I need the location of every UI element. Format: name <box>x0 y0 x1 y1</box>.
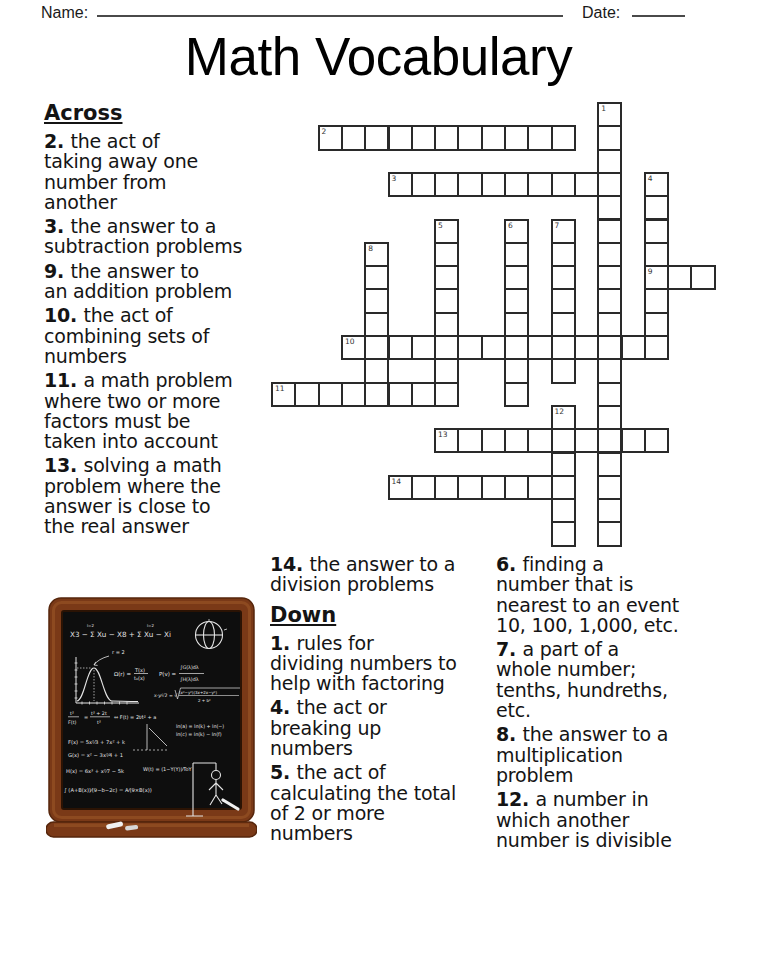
clue-number: 6 <box>508 221 513 230</box>
grid-cell-r10c13[interactable] <box>574 335 599 360</box>
clue-across-13: 13. solving a math problem where the ans… <box>44 455 276 536</box>
chalk-formula: T(x) <box>134 667 145 673</box>
chalk-formula: P(v) = <box>159 671 177 677</box>
grid-cell-r4c14[interactable] <box>597 195 622 220</box>
grid-cell-r1c9[interactable] <box>481 125 506 150</box>
down-clues-list-left: 1. rules for dividing numbers to help wi… <box>270 633 498 844</box>
grid-cell-r7c16[interactable]: 9 <box>644 265 669 290</box>
grid-cell-r11c14[interactable] <box>597 358 622 383</box>
chalk-formula: t² <box>97 720 101 725</box>
down-clues-list-right: 6. finding a number that is nearest to a… <box>496 554 752 850</box>
grid-cell-r9c12[interactable] <box>551 312 576 337</box>
grid-cell-r3c6[interactable] <box>411 172 436 197</box>
clue-down-6: 6. finding a number that is nearest to a… <box>496 554 752 635</box>
clue-number: 8 <box>368 244 373 253</box>
grid-cell-r16c12[interactable] <box>551 475 576 500</box>
chalk-formula: Ω(r) = <box>114 671 132 677</box>
clue-number: 2 <box>322 127 327 136</box>
grid-cell-r16c14[interactable] <box>597 475 622 500</box>
grid-cell-r6c14[interactable] <box>597 242 622 267</box>
clue-number-label: 8. <box>496 723 522 745</box>
grid-cell-r10c7[interactable] <box>434 335 459 360</box>
grid-cell-r9c16[interactable] <box>644 312 669 337</box>
sum-limit: i=2 <box>87 623 94 628</box>
chalk-formula: ∫ (A+B(x))⁄(9−b−2c) = A⁄(9×B(x)) <box>64 787 152 794</box>
grid-cell-r3c13[interactable] <box>574 172 599 197</box>
clue-number-label: 14. <box>270 553 309 575</box>
grid-cell-r10c11[interactable] <box>527 335 552 360</box>
grid-cell-r10c8[interactable] <box>457 335 482 360</box>
chalk-formula: t² + 2t <box>91 711 107 716</box>
crossword-grid: 1234567891011121314 <box>271 102 721 552</box>
chalk-formula: ln(a) = ln(k) + ln(−) <box>176 724 224 729</box>
chalk-formula: W(t) = (1−Y(Y))⁄ToY <box>143 766 193 772</box>
tray-highlight <box>54 824 249 828</box>
down-heading: Down <box>270 603 498 628</box>
grid-cell-r7c12[interactable] <box>551 265 576 290</box>
grid-cell-r12c14[interactable] <box>597 382 622 407</box>
clue-down-4: 4. the act or breaking up numbers <box>270 697 498 758</box>
grid-cell-r12c2[interactable] <box>318 382 343 407</box>
grid-cell-r3c9[interactable] <box>481 172 506 197</box>
chalk-formula: ln(c) = ln(k) − ln(f) <box>176 732 222 737</box>
name-label: Name: <box>41 4 88 22</box>
clue-number-label: 2. <box>44 130 70 152</box>
clue-number: 3 <box>392 174 397 183</box>
grid-cell-r12c5[interactable] <box>388 382 413 407</box>
grid-cell-r10c15[interactable] <box>621 335 646 360</box>
clue-number: 9 <box>648 267 653 276</box>
grid-cell-r15c14[interactable] <box>597 452 622 477</box>
grid-cell-r10c4[interactable] <box>364 335 389 360</box>
grid-cell-r14c11[interactable] <box>527 428 552 453</box>
clue-number-label: 12. <box>496 788 535 810</box>
grid-cell-r11c12[interactable] <box>551 358 576 383</box>
across-heading: Across <box>44 101 276 126</box>
grid-cell-r4c16[interactable] <box>644 195 669 220</box>
chalk-formula: t² <box>70 711 74 716</box>
grid-cell-r7c7[interactable] <box>434 265 459 290</box>
grid-cell-r5c7[interactable]: 5 <box>434 219 459 244</box>
grid-cell-r5c16[interactable] <box>644 219 669 244</box>
clue-number: 1 <box>601 104 606 113</box>
chalk-formula: ⇔ F(t) = 2t⁄t² + a <box>114 714 156 720</box>
clue-across-2: 2. the act of taking away one number fro… <box>44 131 276 212</box>
clue-number-label: 6. <box>496 553 522 575</box>
grid-cell-r8c14[interactable] <box>597 288 622 313</box>
middle-clues-column: 14. the answer to a division problems Do… <box>270 554 498 848</box>
grid-cell-r1c11[interactable] <box>527 125 552 150</box>
grid-cell-r7c17[interactable] <box>667 265 692 290</box>
grid-cell-r9c14[interactable] <box>597 312 622 337</box>
clue-across-11: 11. a math problem where two or more fac… <box>44 370 276 451</box>
clue-number: 4 <box>648 174 653 183</box>
grid-cell-r3c12[interactable] <box>551 172 576 197</box>
clue-number: 10 <box>345 337 355 346</box>
grid-cell-r11c10[interactable] <box>504 358 529 383</box>
grid-cell-r5c14[interactable] <box>597 219 622 244</box>
name-blank-line <box>97 15 563 17</box>
grid-cell-r2c14[interactable] <box>597 149 622 174</box>
grid-cell-r7c14[interactable] <box>597 265 622 290</box>
grid-cell-r15c12[interactable] <box>551 452 576 477</box>
clue-number: 7 <box>555 221 560 230</box>
grid-cell-r3c10[interactable] <box>504 172 529 197</box>
grid-cell-r3c7[interactable] <box>434 172 459 197</box>
grid-cell-r10c3[interactable]: 10 <box>341 335 366 360</box>
grid-cell-r1c5[interactable] <box>388 125 413 150</box>
grid-cell-r10c5[interactable] <box>388 335 413 360</box>
grid-cell-r16c6[interactable] <box>411 475 436 500</box>
grid-cell-r16c5[interactable]: 14 <box>388 475 413 500</box>
grid-cell-r1c4[interactable] <box>364 125 389 150</box>
clue-down-5: 5. the act of calculating the total of 2… <box>270 762 498 843</box>
grid-cell-r16c9[interactable] <box>481 475 506 500</box>
grid-cell-r11c7[interactable] <box>434 358 459 383</box>
grid-cell-r13c12[interactable]: 12 <box>551 405 576 430</box>
grid-cell-r3c14[interactable] <box>597 172 622 197</box>
chalk-formula: F(t) <box>68 720 77 725</box>
chalk-annotation: r = 2 <box>112 649 125 655</box>
chalk-formula: t₀(x) <box>134 675 145 681</box>
grid-cell-r10c10[interactable] <box>504 335 529 360</box>
grid-cell-r5c10[interactable]: 6 <box>504 219 529 244</box>
grid-cell-r6c7[interactable] <box>434 242 459 267</box>
grid-cell-r1c3[interactable] <box>341 125 366 150</box>
clue-number-label: 11. <box>44 369 83 391</box>
grid-cell-r12c7[interactable] <box>434 382 459 407</box>
grid-cell-r1c7[interactable] <box>434 125 459 150</box>
grid-cell-r14c8[interactable] <box>457 428 482 453</box>
clue-number: 11 <box>275 384 285 393</box>
clue-number: 14 <box>392 477 402 486</box>
across-clues-column: Across 2. the act of taking away one num… <box>44 101 276 541</box>
grid-cell-r16c10[interactable] <box>504 475 529 500</box>
grid-cell-r14c16[interactable] <box>644 428 669 453</box>
clue-across-14: 14. the answer to a division problems <box>270 554 498 595</box>
grid-cell-r6c10[interactable] <box>504 242 529 267</box>
date-label: Date: <box>582 4 620 22</box>
date-blank-line <box>632 15 685 17</box>
clue-across-3: 3. the answer to a subtraction problems <box>44 216 276 257</box>
clue-number-label: 1. <box>270 632 296 654</box>
clue-down-8: 8. the answer to a multiplication proble… <box>496 724 752 785</box>
page-title: Math Vocabulary <box>0 26 757 87</box>
clue-number-label: 13. <box>44 454 83 476</box>
grid-cell-r1c2[interactable]: 2 <box>318 125 343 150</box>
grid-cell-r8c12[interactable] <box>551 288 576 313</box>
chalk-formula: F(x) = 5x²⁄3 + 7x² + k <box>68 739 125 745</box>
grid-cell-r3c8[interactable] <box>457 172 482 197</box>
grid-cell-r16c11[interactable] <box>527 475 552 500</box>
grid-cell-r14c9[interactable] <box>481 428 506 453</box>
grid-cell-r1c10[interactable] <box>504 125 529 150</box>
chalk-formula: 2 + b² <box>198 698 211 703</box>
grid-cell-r10c12[interactable] <box>551 335 576 360</box>
grid-cell-r9c10[interactable] <box>504 312 529 337</box>
grid-cell-r3c5[interactable]: 3 <box>388 172 413 197</box>
clue-across-9: 9. the answer to an addition problem <box>44 261 276 302</box>
grid-cell-r7c18[interactable] <box>690 265 715 290</box>
grid-cell-r10c14[interactable] <box>597 335 622 360</box>
grid-cell-r13c14[interactable] <box>597 405 622 430</box>
grid-cell-r12c6[interactable] <box>411 382 436 407</box>
grid-cell-r12c1[interactable] <box>294 382 319 407</box>
right-clues-column: 6. finding a number that is nearest to a… <box>496 554 752 854</box>
grid-cell-r16c7[interactable] <box>434 475 459 500</box>
grid-cell-r14c12[interactable] <box>551 428 576 453</box>
grid-cell-r17c14[interactable] <box>597 498 622 523</box>
grid-cell-r8c4[interactable] <box>364 288 389 313</box>
grid-cell-r12c3[interactable] <box>341 382 366 407</box>
clue-number: 12 <box>555 407 565 416</box>
grid-cell-r11c4[interactable] <box>364 358 389 383</box>
grid-cell-r14c10[interactable] <box>504 428 529 453</box>
grid-cell-r14c13[interactable] <box>574 428 599 453</box>
grid-cell-r6c12[interactable] <box>551 242 576 267</box>
sum-limit: i=2 <box>147 623 154 628</box>
clue-number-label: 3. <box>44 215 70 237</box>
clue-number: 5 <box>438 221 443 230</box>
chalk-formula: G(x) = x² − 3x²⁄4 + 1 <box>68 752 123 758</box>
grid-cell-r1c12[interactable] <box>551 125 576 150</box>
grid-cell-r10c16[interactable] <box>644 335 669 360</box>
grid-cell-r1c14[interactable] <box>597 125 622 150</box>
grid-cell-r8c16[interactable] <box>644 288 669 313</box>
grid-cell-r1c6[interactable] <box>411 125 436 150</box>
grid-cell-r7c10[interactable] <box>504 265 529 290</box>
grid-cell-r18c12[interactable] <box>551 521 576 546</box>
clue-down-12: 12. a number in which another number is … <box>496 789 752 850</box>
grid-cell-r12c0[interactable]: 11 <box>271 382 296 407</box>
grid-cell-r12c4[interactable] <box>364 382 389 407</box>
grid-cell-r6c4[interactable]: 8 <box>364 242 389 267</box>
clue-down-7: 7. a part of a whole number; tenths, hun… <box>496 639 752 720</box>
grid-cell-r8c7[interactable] <box>434 288 459 313</box>
across-clues-continued: 14. the answer to a division problems <box>270 554 498 595</box>
chalkboard-image: i=2 i=2 X3 − Σ Xu − X8 + Σ Xu − Xi r = 2… <box>46 597 257 840</box>
grid-cell-r1c8[interactable] <box>457 125 482 150</box>
grid-cell-r18c14[interactable] <box>597 521 622 546</box>
grid-cell-r14c14[interactable] <box>597 428 622 453</box>
clue-number-label: 4. <box>270 696 296 718</box>
grid-cell-r8c10[interactable] <box>504 288 529 313</box>
grid-cell-r14c15[interactable] <box>621 428 646 453</box>
clue-number-label: 7. <box>496 638 522 660</box>
grid-cell-r3c16[interactable]: 4 <box>644 172 669 197</box>
grid-cell-r17c12[interactable] <box>551 498 576 523</box>
grid-cell-r5c12[interactable]: 7 <box>551 219 576 244</box>
clue-across-10: 10. the act of combining sets of numbers <box>44 305 276 366</box>
grid-cell-r3c11[interactable] <box>527 172 552 197</box>
clue-number-label: 9. <box>44 260 70 282</box>
grid-cell-r16c8[interactable] <box>457 475 482 500</box>
grid-cell-r14c7[interactable]: 13 <box>434 428 459 453</box>
chalk-formula: (x²−y²)(3x+2x−y²) <box>179 690 217 695</box>
chalk-formula: X3 − Σ Xu − X8 + Σ Xu − Xi <box>70 630 171 639</box>
chalk-formula: x·y⁄√2 = √ <box>154 693 177 698</box>
grid-cell-r9c4[interactable] <box>364 312 389 337</box>
clue-number: 13 <box>438 430 448 439</box>
clue-down-1: 1. rules for dividing numbers to help wi… <box>270 633 498 694</box>
grid-cell-r10c6[interactable] <box>411 335 436 360</box>
grid-cell-r6c16[interactable] <box>644 242 669 267</box>
grid-cell-r12c10[interactable] <box>504 382 529 407</box>
chalk-formula: = <box>84 714 88 720</box>
chalk-formula: H(x) = 6x³ + x²⁄7 − 5k <box>66 768 124 774</box>
grid-cell-r0c14[interactable]: 1 <box>597 102 622 127</box>
clue-number-label: 5. <box>270 761 296 783</box>
clue-number-label: 10. <box>44 304 83 326</box>
grid-cell-r9c7[interactable] <box>434 312 459 337</box>
across-clues-list: 2. the act of taking away one number fro… <box>44 131 276 537</box>
grid-cell-r10c9[interactable] <box>481 335 506 360</box>
grid-cell-r7c4[interactable] <box>364 265 389 290</box>
